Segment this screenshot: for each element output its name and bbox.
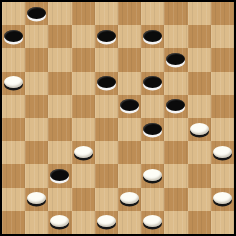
- square-r0c4: [95, 2, 118, 25]
- square-r8c7[interactable]: [164, 188, 187, 211]
- square-r8c3[interactable]: [72, 188, 95, 211]
- square-r0c2: [48, 2, 71, 25]
- square-r1c2[interactable]: [48, 25, 71, 48]
- white-man[interactable]: [143, 169, 162, 181]
- square-r5c7: [164, 118, 187, 141]
- square-r7c6[interactable]: [141, 164, 164, 187]
- square-r5c1: [25, 118, 48, 141]
- square-r4c1[interactable]: [25, 95, 48, 118]
- square-r9c6[interactable]: [141, 211, 164, 234]
- square-r5c6[interactable]: [141, 118, 164, 141]
- square-r1c8[interactable]: [188, 25, 211, 48]
- square-r2c5[interactable]: [118, 48, 141, 71]
- square-r1c9: [211, 25, 234, 48]
- square-r3c9: [211, 72, 234, 95]
- square-r4c6: [141, 95, 164, 118]
- white-man[interactable]: [213, 192, 232, 204]
- square-r8c6: [141, 188, 164, 211]
- square-r9c9: [211, 211, 234, 234]
- square-r8c2: [48, 188, 71, 211]
- black-man[interactable]: [143, 30, 162, 42]
- square-r7c3: [72, 164, 95, 187]
- square-r2c7[interactable]: [164, 48, 187, 71]
- white-man[interactable]: [50, 215, 69, 227]
- square-r6c4: [95, 141, 118, 164]
- square-r4c2: [48, 95, 71, 118]
- square-r4c4: [95, 95, 118, 118]
- square-r0c0: [2, 2, 25, 25]
- square-r7c2[interactable]: [48, 164, 71, 187]
- square-r7c7: [164, 164, 187, 187]
- square-r1c7: [164, 25, 187, 48]
- square-r3c5: [118, 72, 141, 95]
- square-r3c1: [25, 72, 48, 95]
- square-r5c4[interactable]: [95, 118, 118, 141]
- square-r3c6[interactable]: [141, 72, 164, 95]
- board-frame: [0, 0, 236, 236]
- black-man[interactable]: [50, 169, 69, 181]
- square-r7c1: [25, 164, 48, 187]
- black-man[interactable]: [97, 30, 116, 42]
- square-r9c7: [164, 211, 187, 234]
- white-man[interactable]: [213, 146, 232, 158]
- square-r8c4: [95, 188, 118, 211]
- square-r2c0: [2, 48, 25, 71]
- square-r6c7[interactable]: [164, 141, 187, 164]
- square-r9c1: [25, 211, 48, 234]
- square-r5c0[interactable]: [2, 118, 25, 141]
- square-r6c2: [48, 141, 71, 164]
- square-r7c0[interactable]: [2, 164, 25, 187]
- square-r2c6: [141, 48, 164, 71]
- square-r0c5[interactable]: [118, 2, 141, 25]
- square-r6c5[interactable]: [118, 141, 141, 164]
- square-r3c7: [164, 72, 187, 95]
- square-r7c5: [118, 164, 141, 187]
- square-r9c4[interactable]: [95, 211, 118, 234]
- square-r6c0: [2, 141, 25, 164]
- square-r5c3: [72, 118, 95, 141]
- square-r2c2: [48, 48, 71, 71]
- square-r1c1: [25, 25, 48, 48]
- white-man[interactable]: [27, 192, 46, 204]
- square-r9c8[interactable]: [188, 211, 211, 234]
- square-r9c3: [72, 211, 95, 234]
- white-man[interactable]: [4, 76, 23, 88]
- black-man[interactable]: [97, 76, 116, 88]
- square-r8c9[interactable]: [211, 188, 234, 211]
- square-r8c8: [188, 188, 211, 211]
- square-r5c8[interactable]: [188, 118, 211, 141]
- square-r5c5: [118, 118, 141, 141]
- white-man[interactable]: [190, 123, 209, 135]
- square-r7c9: [211, 164, 234, 187]
- square-r4c3[interactable]: [72, 95, 95, 118]
- black-man[interactable]: [166, 53, 185, 65]
- square-r6c3[interactable]: [72, 141, 95, 164]
- black-man[interactable]: [143, 76, 162, 88]
- black-man[interactable]: [120, 99, 139, 111]
- black-man[interactable]: [166, 99, 185, 111]
- square-r8c0: [2, 188, 25, 211]
- square-r2c1[interactable]: [25, 48, 48, 71]
- square-r5c9: [211, 118, 234, 141]
- square-r1c0[interactable]: [2, 25, 25, 48]
- square-r8c5[interactable]: [118, 188, 141, 211]
- square-r9c2[interactable]: [48, 211, 71, 234]
- square-r1c3: [72, 25, 95, 48]
- square-r7c8[interactable]: [188, 164, 211, 187]
- square-r4c7[interactable]: [164, 95, 187, 118]
- square-r1c6[interactable]: [141, 25, 164, 48]
- square-r8c1[interactable]: [25, 188, 48, 211]
- square-r6c6: [141, 141, 164, 164]
- square-r9c0[interactable]: [2, 211, 25, 234]
- black-man[interactable]: [27, 7, 46, 19]
- square-r3c0[interactable]: [2, 72, 25, 95]
- square-r3c4[interactable]: [95, 72, 118, 95]
- square-r0c7[interactable]: [164, 2, 187, 25]
- white-man[interactable]: [120, 192, 139, 204]
- square-r4c9[interactable]: [211, 95, 234, 118]
- square-r2c9[interactable]: [211, 48, 234, 71]
- square-r0c3[interactable]: [72, 2, 95, 25]
- square-r4c8: [188, 95, 211, 118]
- square-r4c0: [2, 95, 25, 118]
- square-r1c4[interactable]: [95, 25, 118, 48]
- square-r3c2[interactable]: [48, 72, 71, 95]
- square-r0c9[interactable]: [211, 2, 234, 25]
- square-r2c3[interactable]: [72, 48, 95, 71]
- square-r1c5: [118, 25, 141, 48]
- square-r3c3: [72, 72, 95, 95]
- square-r6c9[interactable]: [211, 141, 234, 164]
- square-r4c5[interactable]: [118, 95, 141, 118]
- square-r2c4: [95, 48, 118, 71]
- square-r0c8: [188, 2, 211, 25]
- square-r0c6: [141, 2, 164, 25]
- square-r6c1[interactable]: [25, 141, 48, 164]
- white-man[interactable]: [97, 215, 116, 227]
- white-man[interactable]: [74, 146, 93, 158]
- square-r5c2[interactable]: [48, 118, 71, 141]
- draughts-board: [2, 2, 234, 234]
- black-man[interactable]: [143, 123, 162, 135]
- square-r7c4[interactable]: [95, 164, 118, 187]
- white-man[interactable]: [143, 215, 162, 227]
- square-r0c1[interactable]: [25, 2, 48, 25]
- square-r6c8: [188, 141, 211, 164]
- square-r2c8: [188, 48, 211, 71]
- square-r9c5: [118, 211, 141, 234]
- square-r3c8[interactable]: [188, 72, 211, 95]
- black-man[interactable]: [4, 30, 23, 42]
